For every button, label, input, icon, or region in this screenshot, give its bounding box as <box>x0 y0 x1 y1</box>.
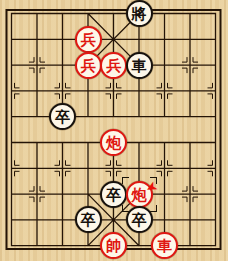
piece-glyph: 帥 <box>106 239 121 254</box>
piece-glyph: 炮 <box>106 135 121 150</box>
piece-glyph: 兵 <box>81 58 96 73</box>
piece-black-general[interactable]: 將 <box>126 0 153 27</box>
piece-glyph: 兵 <box>81 32 96 47</box>
piece-black-soldier[interactable]: 卒 <box>100 181 127 208</box>
piece-glyph: 炮 <box>132 187 147 202</box>
piece-disc: 卒 <box>126 206 153 233</box>
piece-black-soldier[interactable]: 卒 <box>49 103 76 130</box>
piece-disc: 炮 <box>100 129 127 156</box>
piece-glyph: 卒 <box>106 187 121 202</box>
piece-glyph: 卒 <box>81 213 96 228</box>
xiangqi-board: 將兵兵兵車卒炮卒炮➤卒卒帥車 <box>0 0 228 261</box>
piece-disc: 帥 <box>100 232 127 259</box>
piece-disc: 卒 <box>100 181 127 208</box>
piece-black-soldier[interactable]: 卒 <box>75 206 102 233</box>
piece-red-soldier[interactable]: 兵 <box>100 52 127 79</box>
piece-disc: 兵 <box>100 52 127 79</box>
piece-glyph: 兵 <box>106 58 121 73</box>
piece-red-cannon[interactable]: 炮 <box>100 129 127 156</box>
piece-disc: 車 <box>151 232 178 259</box>
piece-disc: 車 <box>126 52 153 79</box>
piece-glyph: 卒 <box>55 110 70 125</box>
piece-glyph: 車 <box>157 239 172 254</box>
piece-red-soldier[interactable]: 兵 <box>75 26 102 53</box>
piece-disc: 兵 <box>75 52 102 79</box>
piece-disc: 兵 <box>75 26 102 53</box>
piece-disc: 將 <box>126 0 153 27</box>
piece-black-soldier[interactable]: 卒 <box>126 206 153 233</box>
piece-glyph: 將 <box>132 7 147 22</box>
pieces-layer: 將兵兵兵車卒炮卒炮➤卒卒帥車 <box>0 1 228 259</box>
piece-red-soldier[interactable]: 兵 <box>75 52 102 79</box>
piece-red-chariot[interactable]: 車 <box>151 232 178 259</box>
piece-red-cannon[interactable]: 炮➤ <box>126 181 153 208</box>
last-move-marker <box>122 177 129 184</box>
piece-red-general[interactable]: 帥 <box>100 232 127 259</box>
piece-disc: 卒 <box>75 206 102 233</box>
piece-glyph: 車 <box>132 58 147 73</box>
piece-disc: 卒 <box>49 103 76 130</box>
piece-glyph: 卒 <box>132 213 147 228</box>
piece-black-chariot[interactable]: 車 <box>126 52 153 79</box>
